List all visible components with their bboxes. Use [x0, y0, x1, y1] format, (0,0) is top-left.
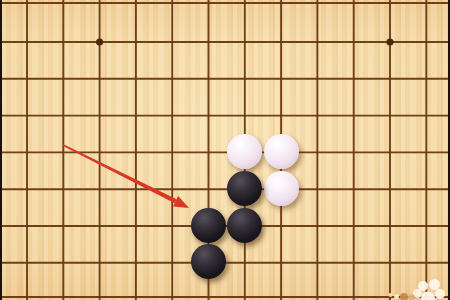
pointer-arrow-head [173, 196, 189, 208]
paw-print-watermark [389, 279, 446, 300]
annotation-layer [0, 0, 450, 300]
go-board[interactable] [0, 0, 450, 300]
screenshot-frame [0, 0, 450, 300]
left-edge-bar [0, 0, 2, 300]
pointer-arrow-shaft [63, 144, 177, 203]
